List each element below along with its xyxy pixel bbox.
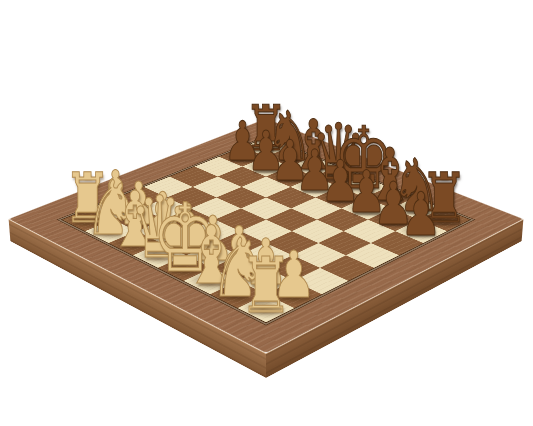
pieces-layer: ♜♞♝♛♚♝♞♜♟♟♟♟♟♟♟♟♟♟♟♟♟♟♟♟♜♞♝♛♚♝♞♜	[0, 0, 533, 426]
piece-white-rook-h1[interactable]: ♜	[239, 247, 293, 324]
product-photo-scene: ♜♞♝♛♚♝♞♜♟♟♟♟♟♟♟♟♟♟♟♟♟♟♟♟♜♞♝♛♚♝♞♜	[0, 0, 533, 426]
piece-black-pawn-h7[interactable]: ♟	[400, 184, 442, 244]
